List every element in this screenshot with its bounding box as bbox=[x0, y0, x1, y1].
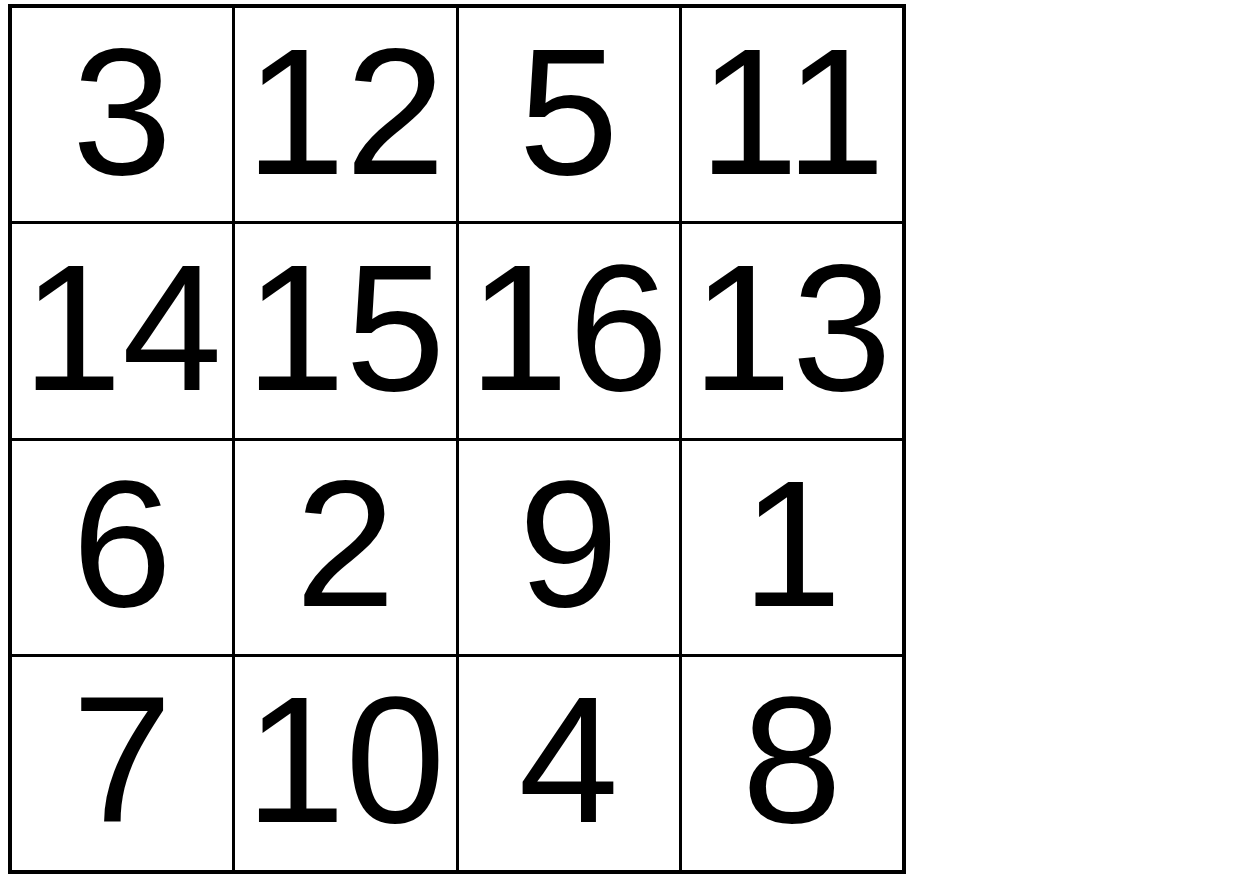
cell-r4c2[interactable]: 10 bbox=[235, 657, 455, 870]
cell-r4c4[interactable]: 8 bbox=[682, 657, 902, 870]
cell-r1c3[interactable]: 5 bbox=[459, 8, 679, 221]
cell-r3c2[interactable]: 2 bbox=[235, 441, 455, 654]
cell-r4c3[interactable]: 4 bbox=[459, 657, 679, 870]
cell-r3c1[interactable]: 6 bbox=[12, 441, 232, 654]
cell-r2c2[interactable]: 15 bbox=[235, 224, 455, 437]
cell-r2c1[interactable]: 14 bbox=[12, 224, 232, 437]
cell-r4c1[interactable]: 7 bbox=[12, 657, 232, 870]
cell-r2c4[interactable]: 13 bbox=[682, 224, 902, 437]
cell-r1c4[interactable]: 11 bbox=[682, 8, 902, 221]
cell-r2c3[interactable]: 16 bbox=[459, 224, 679, 437]
number-grid-board: 3 12 5 11 14 15 16 13 6 2 9 1 7 10 4 8 bbox=[8, 4, 906, 874]
cell-r3c3[interactable]: 9 bbox=[459, 441, 679, 654]
cell-r3c4[interactable]: 1 bbox=[682, 441, 902, 654]
cell-r1c1[interactable]: 3 bbox=[12, 8, 232, 221]
cell-r1c2[interactable]: 12 bbox=[235, 8, 455, 221]
page-background: 3 12 5 11 14 15 16 13 6 2 9 1 7 10 4 8 bbox=[0, 0, 1242, 887]
